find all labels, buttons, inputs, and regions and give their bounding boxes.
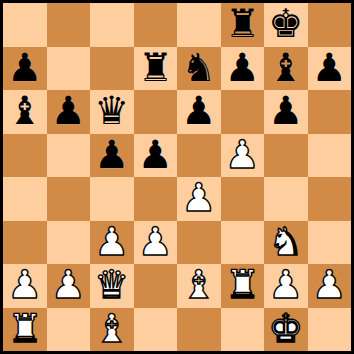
piece-black-knight[interactable]: ♞ (181, 48, 216, 87)
piece-white-rook[interactable]: ♜ (225, 265, 260, 304)
piece-black-rook[interactable]: ♜ (225, 4, 260, 43)
square-c3[interactable]: ♟ (90, 221, 134, 265)
square-a1[interactable]: ♜ (3, 308, 47, 352)
square-a5[interactable] (3, 134, 47, 178)
square-e5[interactable] (177, 134, 221, 178)
square-f7[interactable]: ♟ (221, 47, 265, 91)
square-d8[interactable] (134, 3, 178, 47)
piece-black-pawn[interactable]: ♟ (268, 91, 303, 130)
square-c7[interactable] (90, 47, 134, 91)
square-g8[interactable]: ♚ (264, 3, 308, 47)
square-g1[interactable]: ♚ (264, 308, 308, 352)
piece-black-bishop[interactable]: ♝ (268, 48, 303, 87)
square-a4[interactable] (3, 177, 47, 221)
square-b7[interactable] (47, 47, 91, 91)
square-c8[interactable] (90, 3, 134, 47)
square-d6[interactable] (134, 90, 178, 134)
square-b1[interactable] (47, 308, 91, 352)
square-d2[interactable] (134, 264, 178, 308)
square-b3[interactable] (47, 221, 91, 265)
square-c4[interactable] (90, 177, 134, 221)
square-f1[interactable] (221, 308, 265, 352)
square-a7[interactable]: ♟ (3, 47, 47, 91)
square-g6[interactable]: ♟ (264, 90, 308, 134)
chess-board-frame: ♜♚♟♜♞♟♝♟♝♟♛♟♟♟♟♟♟♟♟♞♟♟♛♝♜♟♟♜♝♚ (0, 0, 354, 354)
square-c5[interactable]: ♟ (90, 134, 134, 178)
square-g4[interactable] (264, 177, 308, 221)
square-h1[interactable] (308, 308, 352, 352)
square-e7[interactable]: ♞ (177, 47, 221, 91)
piece-white-pawn[interactable]: ♟ (268, 265, 303, 304)
square-c6[interactable]: ♛ (90, 90, 134, 134)
square-g2[interactable]: ♟ (264, 264, 308, 308)
square-h8[interactable] (308, 3, 352, 47)
square-b8[interactable] (47, 3, 91, 47)
square-b6[interactable]: ♟ (47, 90, 91, 134)
chess-board: ♜♚♟♜♞♟♝♟♝♟♛♟♟♟♟♟♟♟♟♞♟♟♛♝♜♟♟♜♝♚ (3, 3, 351, 351)
square-e3[interactable] (177, 221, 221, 265)
piece-white-pawn[interactable]: ♟ (181, 178, 216, 217)
square-d3[interactable]: ♟ (134, 221, 178, 265)
piece-black-queen[interactable]: ♛ (94, 91, 129, 130)
piece-black-pawn[interactable]: ♟ (181, 91, 216, 130)
square-g7[interactable]: ♝ (264, 47, 308, 91)
square-d7[interactable]: ♜ (134, 47, 178, 91)
square-f4[interactable] (221, 177, 265, 221)
piece-black-king[interactable]: ♚ (268, 4, 303, 43)
square-c2[interactable]: ♛ (90, 264, 134, 308)
piece-white-pawn[interactable]: ♟ (138, 222, 173, 261)
square-h4[interactable] (308, 177, 352, 221)
piece-black-pawn[interactable]: ♟ (51, 91, 86, 130)
piece-black-rook[interactable]: ♜ (138, 48, 173, 87)
square-f8[interactable]: ♜ (221, 3, 265, 47)
piece-white-pawn[interactable]: ♟ (312, 265, 347, 304)
square-g5[interactable] (264, 134, 308, 178)
square-e6[interactable]: ♟ (177, 90, 221, 134)
square-b4[interactable] (47, 177, 91, 221)
square-e1[interactable] (177, 308, 221, 352)
square-h3[interactable] (308, 221, 352, 265)
piece-white-pawn[interactable]: ♟ (7, 265, 42, 304)
square-d4[interactable] (134, 177, 178, 221)
piece-white-pawn[interactable]: ♟ (51, 265, 86, 304)
square-h6[interactable] (308, 90, 352, 134)
square-h5[interactable] (308, 134, 352, 178)
piece-white-bishop[interactable]: ♝ (94, 309, 129, 348)
square-d5[interactable]: ♟ (134, 134, 178, 178)
square-a3[interactable] (3, 221, 47, 265)
square-b2[interactable]: ♟ (47, 264, 91, 308)
square-b5[interactable] (47, 134, 91, 178)
square-h2[interactable]: ♟ (308, 264, 352, 308)
square-f5[interactable]: ♟ (221, 134, 265, 178)
piece-black-pawn[interactable]: ♟ (94, 135, 129, 174)
piece-black-pawn[interactable]: ♟ (138, 135, 173, 174)
piece-white-queen[interactable]: ♛ (94, 265, 129, 304)
piece-black-pawn[interactable]: ♟ (225, 48, 260, 87)
piece-black-bishop[interactable]: ♝ (7, 91, 42, 130)
piece-white-pawn[interactable]: ♟ (94, 222, 129, 261)
square-f6[interactable] (221, 90, 265, 134)
square-a6[interactable]: ♝ (3, 90, 47, 134)
square-c1[interactable]: ♝ (90, 308, 134, 352)
square-f3[interactable] (221, 221, 265, 265)
piece-black-pawn[interactable]: ♟ (7, 48, 42, 87)
square-e2[interactable]: ♝ (177, 264, 221, 308)
piece-white-knight[interactable]: ♞ (268, 222, 303, 261)
square-a8[interactable] (3, 3, 47, 47)
square-d1[interactable] (134, 308, 178, 352)
square-e8[interactable] (177, 3, 221, 47)
piece-white-rook[interactable]: ♜ (7, 309, 42, 348)
piece-white-king[interactable]: ♚ (268, 309, 303, 348)
square-f2[interactable]: ♜ (221, 264, 265, 308)
piece-black-pawn[interactable]: ♟ (312, 48, 347, 87)
square-g3[interactable]: ♞ (264, 221, 308, 265)
square-a2[interactable]: ♟ (3, 264, 47, 308)
square-e4[interactable]: ♟ (177, 177, 221, 221)
piece-white-bishop[interactable]: ♝ (181, 265, 216, 304)
square-h7[interactable]: ♟ (308, 47, 352, 91)
piece-white-pawn[interactable]: ♟ (225, 135, 260, 174)
